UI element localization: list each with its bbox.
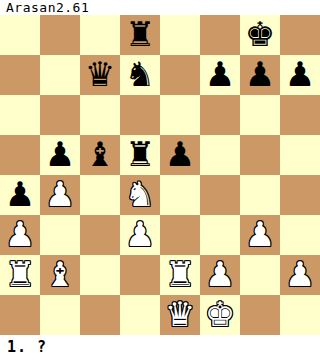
- white-pawn: ♟: [45, 177, 75, 211]
- square-d2[interactable]: [120, 255, 160, 295]
- square-a8[interactable]: [0, 15, 40, 55]
- square-h7[interactable]: ♟: [280, 55, 320, 95]
- square-e8[interactable]: [160, 15, 200, 55]
- square-c1[interactable]: [80, 295, 120, 335]
- square-a4[interactable]: ♟: [0, 175, 40, 215]
- square-b5[interactable]: ♟: [40, 135, 80, 175]
- square-f2[interactable]: ♟: [200, 255, 240, 295]
- square-b1[interactable]: [40, 295, 80, 335]
- square-d4[interactable]: ♞: [120, 175, 160, 215]
- square-d5[interactable]: ♜: [120, 135, 160, 175]
- black-pawn: ♟: [205, 57, 235, 91]
- black-knight: ♞: [125, 57, 155, 91]
- square-e3[interactable]: [160, 215, 200, 255]
- white-king: ♚: [205, 297, 235, 331]
- square-f3[interactable]: [200, 215, 240, 255]
- white-queen: ♛: [165, 297, 195, 331]
- square-g3[interactable]: ♟: [240, 215, 280, 255]
- square-e5[interactable]: ♟: [160, 135, 200, 175]
- square-h2[interactable]: ♟: [280, 255, 320, 295]
- square-d6[interactable]: [120, 95, 160, 135]
- square-a3[interactable]: ♟: [0, 215, 40, 255]
- square-d7[interactable]: ♞: [120, 55, 160, 95]
- square-g5[interactable]: [240, 135, 280, 175]
- square-e4[interactable]: [160, 175, 200, 215]
- square-g7[interactable]: ♟: [240, 55, 280, 95]
- square-g2[interactable]: [240, 255, 280, 295]
- square-g4[interactable]: [240, 175, 280, 215]
- square-a5[interactable]: [0, 135, 40, 175]
- square-c5[interactable]: ♝: [80, 135, 120, 175]
- square-a7[interactable]: [0, 55, 40, 95]
- white-pawn: ♟: [285, 257, 315, 291]
- square-c8[interactable]: [80, 15, 120, 55]
- black-pawn: ♟: [245, 57, 275, 91]
- square-f7[interactable]: ♟: [200, 55, 240, 95]
- square-c3[interactable]: [80, 215, 120, 255]
- square-a6[interactable]: [0, 95, 40, 135]
- chess-board: ♜♚♛♞♟♟♟♟♝♜♟♟♟♞♟♟♟♜♝♜♟♟♛♚: [0, 15, 320, 335]
- white-bishop: ♝: [45, 257, 75, 291]
- square-h4[interactable]: [280, 175, 320, 215]
- square-f6[interactable]: [200, 95, 240, 135]
- square-b8[interactable]: [40, 15, 80, 55]
- square-f4[interactable]: [200, 175, 240, 215]
- black-pawn: ♟: [5, 177, 35, 211]
- square-e7[interactable]: [160, 55, 200, 95]
- square-d3[interactable]: ♟: [120, 215, 160, 255]
- white-rook: ♜: [5, 257, 35, 291]
- square-c4[interactable]: [80, 175, 120, 215]
- black-rook: ♜: [125, 17, 155, 51]
- white-pawn: ♟: [5, 217, 35, 251]
- black-bishop: ♝: [85, 137, 115, 171]
- square-g1[interactable]: [240, 295, 280, 335]
- square-a1[interactable]: [0, 295, 40, 335]
- white-pawn: ♟: [245, 217, 275, 251]
- square-h3[interactable]: [280, 215, 320, 255]
- square-f8[interactable]: [200, 15, 240, 55]
- square-b7[interactable]: [40, 55, 80, 95]
- black-pawn: ♟: [285, 57, 315, 91]
- square-b3[interactable]: [40, 215, 80, 255]
- move-prompt: 1. ?: [7, 338, 47, 356]
- square-c7[interactable]: ♛: [80, 55, 120, 95]
- square-h5[interactable]: [280, 135, 320, 175]
- square-d8[interactable]: ♜: [120, 15, 160, 55]
- square-h6[interactable]: [280, 95, 320, 135]
- square-g8[interactable]: ♚: [240, 15, 280, 55]
- square-c2[interactable]: [80, 255, 120, 295]
- white-rook: ♜: [165, 257, 195, 291]
- white-knight: ♞: [125, 177, 155, 211]
- engine-title: Arasan2.61: [6, 0, 89, 15]
- square-b4[interactable]: ♟: [40, 175, 80, 215]
- square-b6[interactable]: [40, 95, 80, 135]
- square-d1[interactable]: [120, 295, 160, 335]
- square-e6[interactable]: [160, 95, 200, 135]
- black-pawn: ♟: [165, 137, 195, 171]
- black-rook: ♜: [125, 137, 155, 171]
- square-c6[interactable]: [80, 95, 120, 135]
- square-f1[interactable]: ♚: [200, 295, 240, 335]
- square-f5[interactable]: [200, 135, 240, 175]
- square-g6[interactable]: [240, 95, 280, 135]
- black-king: ♚: [245, 17, 275, 51]
- square-a2[interactable]: ♜: [0, 255, 40, 295]
- white-pawn: ♟: [125, 217, 155, 251]
- black-queen: ♛: [85, 57, 115, 91]
- square-b2[interactable]: ♝: [40, 255, 80, 295]
- square-h8[interactable]: [280, 15, 320, 55]
- black-pawn: ♟: [45, 137, 75, 171]
- square-e2[interactable]: ♜: [160, 255, 200, 295]
- square-e1[interactable]: ♛: [160, 295, 200, 335]
- square-h1[interactable]: [280, 295, 320, 335]
- white-pawn: ♟: [205, 257, 235, 291]
